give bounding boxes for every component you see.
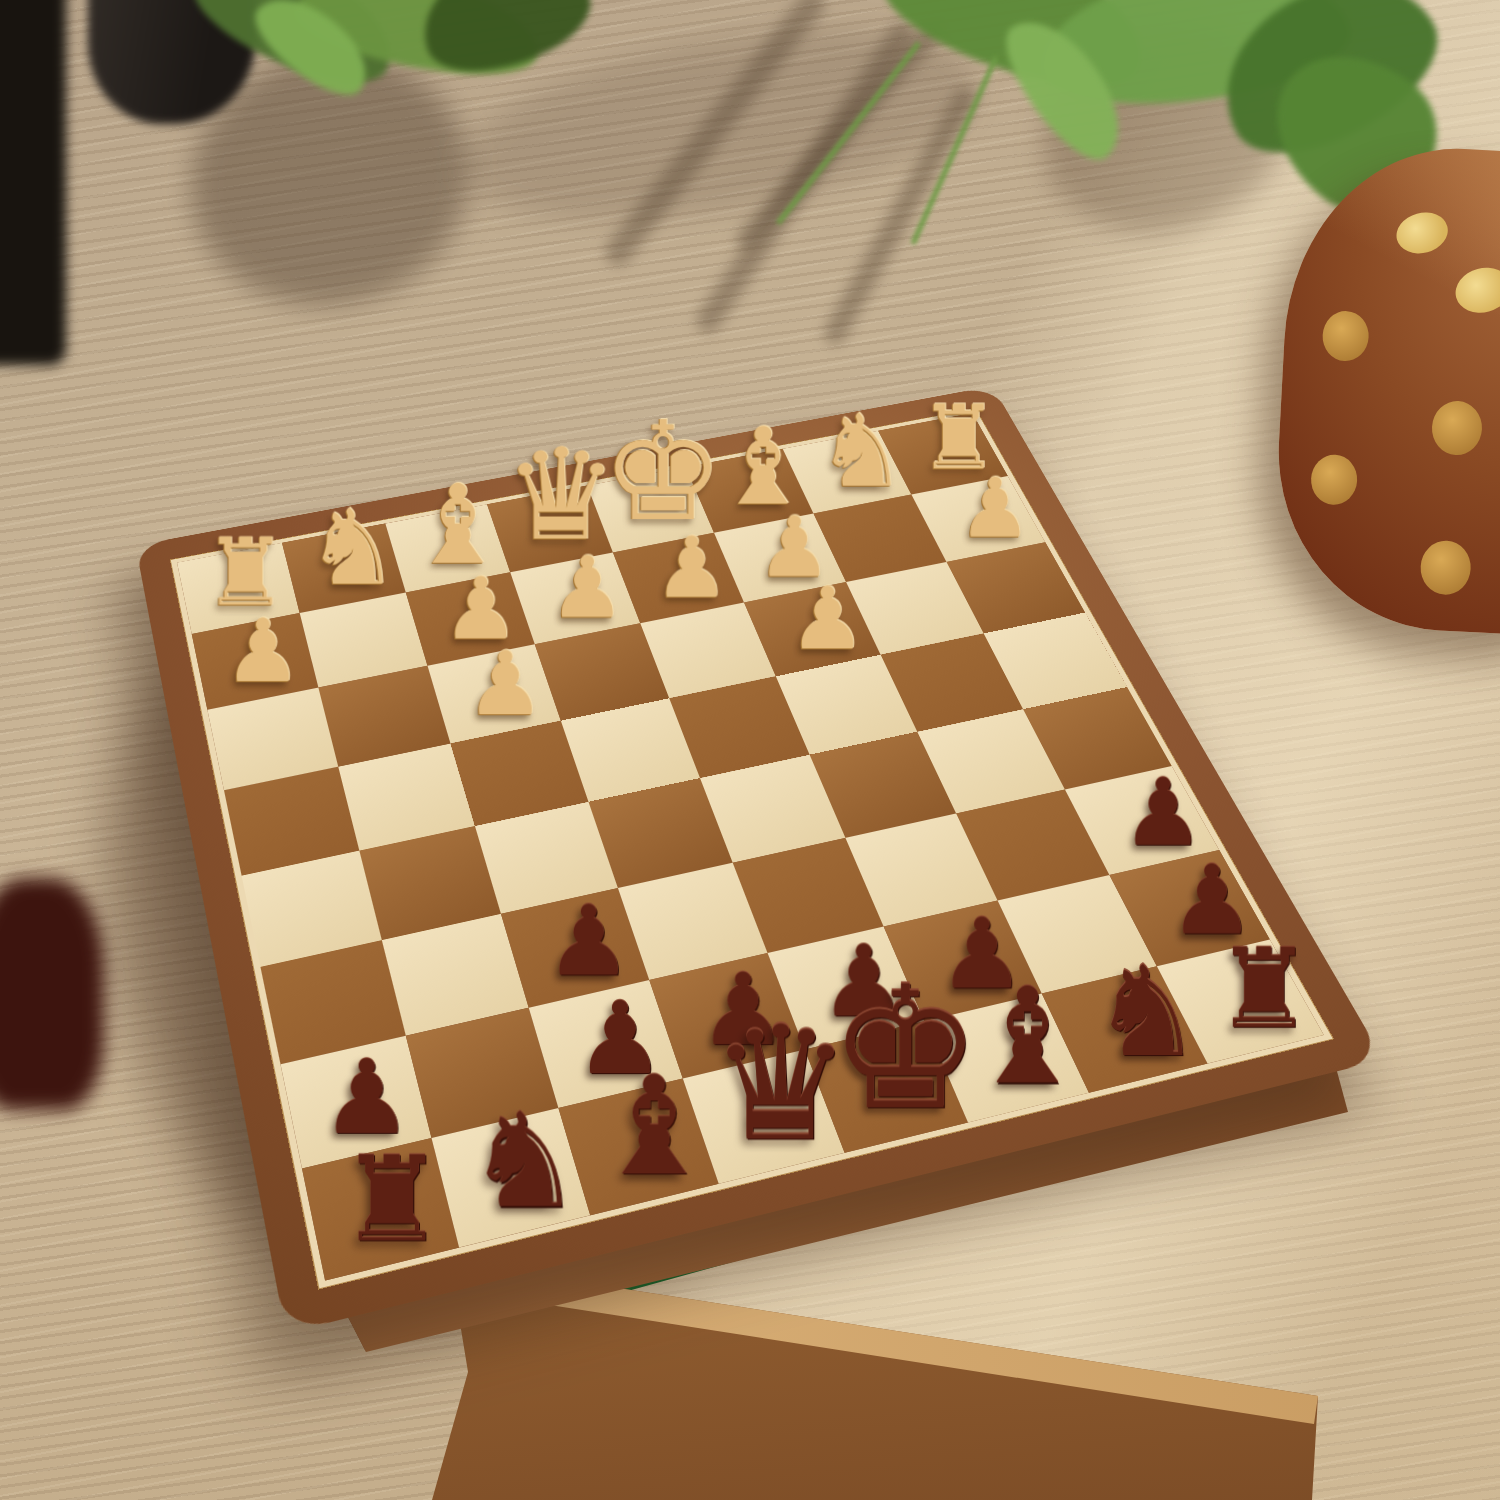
black-queen: ♛ xyxy=(710,1006,852,1164)
photo-scene: ♞ ♜♞♝♛♚♝♞♜♟♟♟♟♟♟♟♟♟♟♟♟♟♟♟♟♜♞♝♛♚♝♞♜ xyxy=(0,0,1500,1500)
die-pip xyxy=(1431,400,1484,457)
square-a3 xyxy=(207,688,338,791)
white-knight: ♞ xyxy=(816,401,906,501)
die-pip xyxy=(1321,310,1370,362)
foreground-edge-object xyxy=(0,0,66,365)
white-pawn: ♟ xyxy=(549,546,625,631)
die-pip xyxy=(1310,454,1359,506)
square-b5 xyxy=(359,826,501,940)
black-pawn: ♟ xyxy=(545,893,632,990)
black-rook: ♜ xyxy=(338,1141,444,1259)
square-f5 xyxy=(810,732,957,838)
black-knight: ♞ xyxy=(465,1096,582,1227)
white-knight: ♞ xyxy=(305,495,399,600)
black-bishop: ♝ xyxy=(968,971,1087,1103)
blurred-foreground-piece xyxy=(0,878,104,1110)
black-bishop: ♝ xyxy=(592,1059,714,1195)
black-knight: ♞ xyxy=(1091,950,1203,1074)
white-pawn: ♟ xyxy=(958,467,1032,549)
white-pawn: ♟ xyxy=(223,608,301,695)
die-pip xyxy=(1450,262,1500,319)
die-pip xyxy=(1392,207,1453,259)
white-pawn: ♟ xyxy=(653,526,729,610)
white-pawn: ♟ xyxy=(788,576,865,662)
black-rook: ♜ xyxy=(1214,935,1313,1045)
white-pawn: ♟ xyxy=(465,640,544,728)
die-pip xyxy=(1419,539,1472,596)
